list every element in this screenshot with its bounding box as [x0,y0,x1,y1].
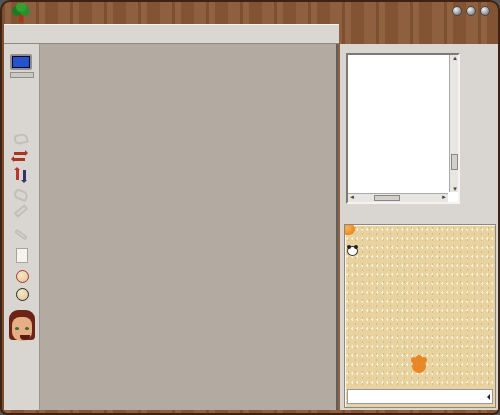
restore-button[interactable] [466,6,476,16]
vertical-scrollbar[interactable]: ▲ ▼ [449,55,458,192]
flash-icon[interactable] [14,208,30,221]
app-window: ▲ ▼ ◄ ► [0,0,500,415]
piece-grid [41,58,336,389]
scroll-up-icon[interactable]: ▲ [452,55,458,61]
hand-icon[interactable] [14,134,30,147]
right-panel: ▲ ▼ ◄ ► [340,44,499,410]
hand2-icon[interactable] [14,190,30,203]
up-down-arrows-icon[interactable] [14,170,30,183]
chat-input[interactable] [347,389,493,404]
window-controls [452,6,490,16]
document-icon[interactable] [4,248,40,263]
computer-icon [10,54,34,84]
commentary-title [359,230,369,241]
red-general-icon[interactable] [4,270,40,283]
player-avatar [9,310,35,346]
horizontal-scroll-thumb[interactable] [374,195,400,201]
scroll-left-icon[interactable]: ◄ [349,194,355,200]
commentary-panel [344,224,496,408]
tree-icon [10,3,32,23]
dropdown-arrow-icon[interactable] [484,394,490,400]
vertical-scroll-thumb[interactable] [451,154,458,170]
move-list-box: ▲ ▼ ◄ ► [346,53,460,204]
menu-bar [4,24,339,44]
paw-icon [412,359,426,373]
toolbar-sidebar [4,44,40,410]
horizontal-scrollbar[interactable]: ◄ ► [348,193,448,202]
scroll-down-icon[interactable]: ▼ [452,186,458,192]
mascot-icon [344,224,355,235]
minimize-button[interactable] [452,6,462,16]
title-bar [2,2,498,24]
scroll-right-icon[interactable]: ► [441,194,447,200]
pencil-icon[interactable] [14,232,30,245]
close-button[interactable] [480,6,490,16]
move-list[interactable] [349,56,448,192]
xiangqi-board [40,44,338,410]
baidu-watermark [345,355,495,381]
panda-icon [347,246,358,256]
black-general-icon[interactable] [4,288,40,301]
